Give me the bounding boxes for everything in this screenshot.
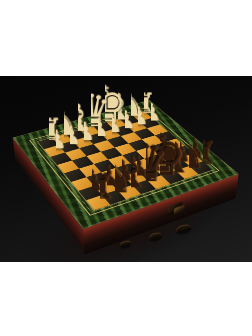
photo-background: ♜♞♝♛♚♝♞♜♟♟♟♟♟♟♟♟♟♟♟♟♟♟♟♟♜♞♝♛♚♝♞♜ xyxy=(0,76,252,262)
latch[interactable] xyxy=(168,200,187,218)
chess-board: ♜♞♝♛♚♝♞♜♟♟♟♟♟♟♟♟♟♟♟♟♟♟♟♟♜♞♝♛♚♝♞♜ xyxy=(13,100,239,229)
square-a8[interactable]: ♜ xyxy=(86,195,110,210)
